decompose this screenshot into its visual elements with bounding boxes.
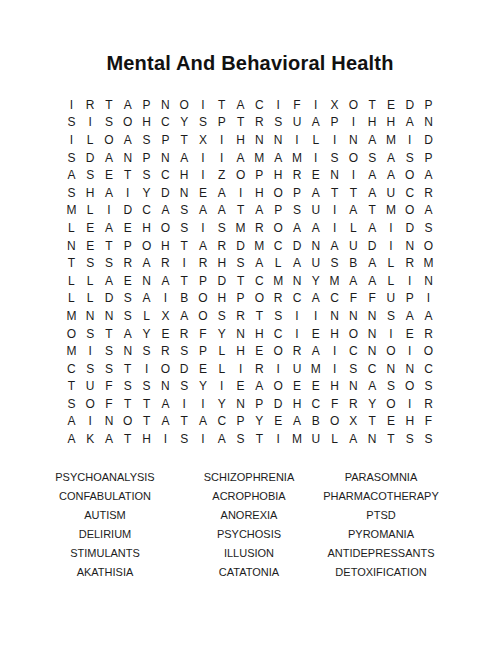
grid-cell[interactable]: I: [288, 325, 307, 343]
grid-cell[interactable]: D: [175, 360, 194, 378]
grid-cell[interactable]: I: [269, 96, 288, 114]
grid-cell[interactable]: R: [81, 96, 100, 114]
grid-cell[interactable]: H: [212, 254, 231, 272]
grid-cell[interactable]: N: [156, 149, 175, 167]
grid-cell[interactable]: O: [400, 202, 419, 220]
grid-cell[interactable]: O: [269, 219, 288, 237]
grid-cell[interactable]: I: [382, 219, 401, 237]
grid-cell[interactable]: A: [344, 430, 363, 448]
grid-cell[interactable]: O: [269, 378, 288, 396]
grid-cell[interactable]: L: [62, 219, 81, 237]
grid-cell[interactable]: T: [100, 237, 119, 255]
grid-cell[interactable]: X: [325, 96, 344, 114]
grid-cell[interactable]: A: [363, 219, 382, 237]
grid-cell[interactable]: I: [306, 149, 325, 167]
grid-cell[interactable]: S: [100, 342, 119, 360]
grid-cell[interactable]: O: [250, 290, 269, 308]
grid-cell[interactable]: E: [118, 272, 137, 290]
grid-cell[interactable]: E: [156, 325, 175, 343]
grid-cell[interactable]: M: [269, 272, 288, 290]
grid-cell[interactable]: A: [306, 184, 325, 202]
grid-cell[interactable]: R: [212, 237, 231, 255]
grid-cell[interactable]: A: [156, 272, 175, 290]
grid-cell[interactable]: X: [344, 413, 363, 431]
grid-cell[interactable]: I: [194, 430, 213, 448]
grid-cell[interactable]: I: [81, 114, 100, 132]
grid-cell[interactable]: A: [419, 166, 438, 184]
grid-cell[interactable]: N: [363, 430, 382, 448]
grid-cell[interactable]: T: [212, 96, 231, 114]
grid-cell[interactable]: Y: [212, 325, 231, 343]
grid-cell[interactable]: N: [344, 307, 363, 325]
grid-cell[interactable]: M: [62, 342, 81, 360]
grid-cell[interactable]: N: [269, 131, 288, 149]
grid-cell[interactable]: I: [400, 272, 419, 290]
grid-cell[interactable]: Y: [175, 114, 194, 132]
grid-cell[interactable]: R: [231, 307, 250, 325]
grid-cell[interactable]: O: [81, 395, 100, 413]
grid-cell[interactable]: A: [137, 290, 156, 308]
grid-cell[interactable]: A: [250, 202, 269, 220]
grid-cell[interactable]: L: [137, 307, 156, 325]
grid-cell[interactable]: I: [81, 342, 100, 360]
grid-cell[interactable]: I: [81, 413, 100, 431]
grid-cell[interactable]: N: [344, 131, 363, 149]
grid-cell[interactable]: E: [100, 166, 119, 184]
grid-cell[interactable]: A: [306, 342, 325, 360]
grid-cell[interactable]: H: [137, 430, 156, 448]
grid-cell[interactable]: A: [156, 395, 175, 413]
grid-cell[interactable]: E: [250, 342, 269, 360]
grid-cell[interactable]: A: [344, 272, 363, 290]
grid-cell[interactable]: S: [325, 149, 344, 167]
grid-cell[interactable]: N: [137, 272, 156, 290]
grid-cell[interactable]: A: [363, 184, 382, 202]
grid-cell[interactable]: A: [325, 237, 344, 255]
grid-cell[interactable]: Z: [212, 166, 231, 184]
grid-cell[interactable]: Y: [137, 184, 156, 202]
grid-cell[interactable]: T: [250, 430, 269, 448]
grid-cell[interactable]: H: [382, 114, 401, 132]
grid-cell[interactable]: O: [62, 325, 81, 343]
grid-cell[interactable]: S: [81, 325, 100, 343]
grid-cell[interactable]: F: [194, 325, 213, 343]
grid-cell[interactable]: M: [306, 360, 325, 378]
grid-cell[interactable]: A: [156, 202, 175, 220]
grid-cell[interactable]: U: [344, 237, 363, 255]
grid-cell[interactable]: T: [175, 413, 194, 431]
grid-cell[interactable]: S: [212, 307, 231, 325]
grid-cell[interactable]: A: [175, 307, 194, 325]
grid-cell[interactable]: P: [194, 272, 213, 290]
grid-cell[interactable]: R: [250, 360, 269, 378]
grid-cell[interactable]: U: [382, 290, 401, 308]
grid-cell[interactable]: O: [344, 96, 363, 114]
grid-cell[interactable]: A: [175, 149, 194, 167]
grid-cell[interactable]: R: [269, 290, 288, 308]
grid-cell[interactable]: H: [250, 184, 269, 202]
grid-cell[interactable]: M: [382, 202, 401, 220]
grid-cell[interactable]: R: [419, 395, 438, 413]
grid-cell[interactable]: N: [231, 395, 250, 413]
grid-cell[interactable]: T: [231, 114, 250, 132]
grid-cell[interactable]: O: [419, 237, 438, 255]
grid-cell[interactable]: P: [269, 202, 288, 220]
grid-cell[interactable]: I: [194, 96, 213, 114]
grid-cell[interactable]: T: [363, 202, 382, 220]
grid-cell[interactable]: S: [419, 430, 438, 448]
grid-cell[interactable]: S: [175, 378, 194, 396]
grid-cell[interactable]: B: [344, 254, 363, 272]
grid-cell[interactable]: M: [250, 237, 269, 255]
grid-cell[interactable]: A: [118, 325, 137, 343]
grid-cell[interactable]: N: [100, 413, 119, 431]
grid-cell[interactable]: S: [118, 378, 137, 396]
grid-cell[interactable]: O: [400, 166, 419, 184]
grid-cell[interactable]: L: [81, 202, 100, 220]
grid-cell[interactable]: O: [156, 360, 175, 378]
grid-cell[interactable]: A: [62, 413, 81, 431]
grid-cell[interactable]: O: [344, 149, 363, 167]
grid-cell[interactable]: F: [100, 378, 119, 396]
grid-cell[interactable]: S: [419, 219, 438, 237]
grid-cell[interactable]: H: [363, 114, 382, 132]
grid-cell[interactable]: D: [269, 395, 288, 413]
grid-cell[interactable]: C: [269, 325, 288, 343]
grid-cell[interactable]: E: [288, 378, 307, 396]
grid-cell[interactable]: S: [100, 114, 119, 132]
grid-cell[interactable]: A: [194, 413, 213, 431]
grid-cell[interactable]: A: [100, 219, 119, 237]
grid-cell[interactable]: E: [382, 413, 401, 431]
grid-cell[interactable]: Y: [250, 413, 269, 431]
grid-cell[interactable]: E: [400, 325, 419, 343]
grid-cell[interactable]: A: [100, 430, 119, 448]
grid-cell[interactable]: E: [382, 96, 401, 114]
grid-cell[interactable]: I: [137, 360, 156, 378]
grid-cell[interactable]: A: [400, 307, 419, 325]
grid-cell[interactable]: R: [288, 166, 307, 184]
grid-cell[interactable]: I: [325, 360, 344, 378]
grid-cell[interactable]: I: [382, 237, 401, 255]
grid-cell[interactable]: A: [288, 413, 307, 431]
grid-cell[interactable]: O: [344, 325, 363, 343]
grid-cell[interactable]: O: [419, 342, 438, 360]
grid-cell[interactable]: A: [194, 202, 213, 220]
grid-cell[interactable]: S: [231, 254, 250, 272]
grid-cell[interactable]: E: [81, 219, 100, 237]
grid-cell[interactable]: N: [175, 184, 194, 202]
grid-cell[interactable]: N: [400, 237, 419, 255]
grid-cell[interactable]: P: [400, 290, 419, 308]
grid-cell[interactable]: H: [212, 290, 231, 308]
grid-cell[interactable]: N: [231, 325, 250, 343]
grid-cell[interactable]: M: [250, 149, 269, 167]
grid-cell[interactable]: A: [400, 114, 419, 132]
grid-cell[interactable]: L: [382, 272, 401, 290]
grid-cell[interactable]: L: [382, 254, 401, 272]
grid-cell[interactable]: T: [175, 131, 194, 149]
grid-cell[interactable]: C: [212, 413, 231, 431]
grid-cell[interactable]: A: [212, 430, 231, 448]
grid-cell[interactable]: H: [400, 413, 419, 431]
grid-cell[interactable]: T: [363, 96, 382, 114]
grid-cell[interactable]: O: [194, 307, 213, 325]
grid-cell[interactable]: P: [325, 114, 344, 132]
grid-cell[interactable]: N: [419, 272, 438, 290]
grid-cell[interactable]: I: [231, 360, 250, 378]
grid-cell[interactable]: L: [212, 360, 231, 378]
grid-cell[interactable]: P: [250, 166, 269, 184]
grid-cell[interactable]: I: [344, 166, 363, 184]
grid-cell[interactable]: A: [363, 272, 382, 290]
grid-cell[interactable]: F: [288, 96, 307, 114]
grid-cell[interactable]: N: [363, 307, 382, 325]
grid-cell[interactable]: I: [194, 219, 213, 237]
grid-cell[interactable]: T: [325, 184, 344, 202]
grid-cell[interactable]: R: [250, 219, 269, 237]
grid-cell[interactable]: F: [325, 395, 344, 413]
grid-cell[interactable]: H: [231, 342, 250, 360]
grid-cell[interactable]: M: [231, 219, 250, 237]
grid-cell[interactable]: S: [62, 114, 81, 132]
grid-cell[interactable]: L: [344, 219, 363, 237]
grid-cell[interactable]: O: [400, 378, 419, 396]
grid-cell[interactable]: S: [81, 254, 100, 272]
grid-cell[interactable]: C: [400, 184, 419, 202]
grid-cell[interactable]: I: [344, 114, 363, 132]
grid-cell[interactable]: C: [62, 360, 81, 378]
grid-cell[interactable]: H: [137, 219, 156, 237]
grid-cell[interactable]: U: [382, 184, 401, 202]
grid-cell[interactable]: S: [100, 360, 119, 378]
grid-cell[interactable]: S: [419, 378, 438, 396]
grid-cell[interactable]: S: [344, 360, 363, 378]
grid-cell[interactable]: M: [325, 272, 344, 290]
grid-cell[interactable]: D: [400, 219, 419, 237]
grid-cell[interactable]: S: [382, 307, 401, 325]
grid-cell[interactable]: H: [137, 114, 156, 132]
grid-cell[interactable]: S: [100, 254, 119, 272]
grid-cell[interactable]: A: [118, 131, 137, 149]
grid-cell[interactable]: S: [194, 114, 213, 132]
grid-cell[interactable]: N: [100, 307, 119, 325]
grid-cell[interactable]: A: [100, 149, 119, 167]
grid-cell[interactable]: L: [81, 131, 100, 149]
grid-cell[interactable]: U: [306, 430, 325, 448]
grid-cell[interactable]: U: [306, 254, 325, 272]
grid-cell[interactable]: U: [81, 378, 100, 396]
grid-cell[interactable]: I: [325, 219, 344, 237]
grid-cell[interactable]: F: [344, 290, 363, 308]
grid-cell[interactable]: T: [118, 430, 137, 448]
grid-cell[interactable]: T: [250, 307, 269, 325]
grid-cell[interactable]: D: [363, 237, 382, 255]
grid-cell[interactable]: I: [400, 131, 419, 149]
grid-cell[interactable]: D: [100, 290, 119, 308]
grid-cell[interactable]: I: [400, 342, 419, 360]
grid-cell[interactable]: T: [231, 202, 250, 220]
grid-cell[interactable]: E: [306, 325, 325, 343]
grid-cell[interactable]: O: [156, 219, 175, 237]
grid-cell[interactable]: T: [118, 166, 137, 184]
grid-cell[interactable]: C: [137, 202, 156, 220]
grid-cell[interactable]: C: [250, 96, 269, 114]
grid-cell[interactable]: N: [382, 360, 401, 378]
grid-cell[interactable]: S: [269, 114, 288, 132]
grid-cell[interactable]: D: [288, 237, 307, 255]
grid-cell[interactable]: S: [269, 307, 288, 325]
grid-cell[interactable]: L: [62, 290, 81, 308]
grid-cell[interactable]: C: [363, 360, 382, 378]
grid-cell[interactable]: O: [382, 342, 401, 360]
grid-cell[interactable]: R: [288, 342, 307, 360]
grid-cell[interactable]: Y: [212, 395, 231, 413]
grid-cell[interactable]: I: [325, 202, 344, 220]
grid-cell[interactable]: H: [231, 131, 250, 149]
grid-cell[interactable]: A: [100, 184, 119, 202]
grid-cell[interactable]: H: [325, 325, 344, 343]
grid-cell[interactable]: A: [363, 254, 382, 272]
grid-cell[interactable]: T: [118, 360, 137, 378]
grid-cell[interactable]: C: [288, 290, 307, 308]
grid-cell[interactable]: A: [100, 272, 119, 290]
grid-cell[interactable]: O: [231, 166, 250, 184]
grid-cell[interactable]: I: [382, 325, 401, 343]
grid-cell[interactable]: D: [81, 149, 100, 167]
grid-cell[interactable]: A: [194, 237, 213, 255]
grid-cell[interactable]: T: [62, 254, 81, 272]
grid-cell[interactable]: A: [250, 378, 269, 396]
grid-cell[interactable]: T: [382, 430, 401, 448]
grid-cell[interactable]: L: [62, 272, 81, 290]
grid-cell[interactable]: D: [419, 131, 438, 149]
grid-cell[interactable]: H: [175, 166, 194, 184]
grid-cell[interactable]: N: [62, 237, 81, 255]
grid-cell[interactable]: I: [306, 307, 325, 325]
grid-cell[interactable]: E: [269, 413, 288, 431]
grid-cell[interactable]: O: [175, 96, 194, 114]
grid-cell[interactable]: T: [231, 272, 250, 290]
grid-cell[interactable]: A: [382, 166, 401, 184]
grid-cell[interactable]: Y: [306, 272, 325, 290]
grid-cell[interactable]: C: [325, 290, 344, 308]
grid-cell[interactable]: N: [118, 149, 137, 167]
grid-cell[interactable]: N: [81, 307, 100, 325]
grid-cell[interactable]: N: [400, 360, 419, 378]
grid-cell[interactable]: M: [288, 149, 307, 167]
grid-cell[interactable]: T: [100, 325, 119, 343]
grid-cell[interactable]: N: [419, 114, 438, 132]
grid-cell[interactable]: H: [81, 184, 100, 202]
grid-cell[interactable]: A: [250, 254, 269, 272]
grid-cell[interactable]: X: [156, 307, 175, 325]
grid-cell[interactable]: A: [382, 149, 401, 167]
grid-cell[interactable]: T: [175, 272, 194, 290]
grid-cell[interactable]: A: [419, 202, 438, 220]
grid-cell[interactable]: H: [269, 166, 288, 184]
grid-cell[interactable]: A: [288, 219, 307, 237]
grid-cell[interactable]: I: [156, 430, 175, 448]
grid-cell[interactable]: I: [288, 131, 307, 149]
grid-cell[interactable]: P: [137, 149, 156, 167]
grid-cell[interactable]: I: [100, 202, 119, 220]
grid-cell[interactable]: X: [194, 131, 213, 149]
grid-cell[interactable]: H: [325, 378, 344, 396]
grid-cell[interactable]: P: [419, 149, 438, 167]
grid-cell[interactable]: S: [175, 202, 194, 220]
grid-cell[interactable]: A: [306, 219, 325, 237]
grid-cell[interactable]: I: [231, 184, 250, 202]
grid-cell[interactable]: S: [400, 149, 419, 167]
grid-cell[interactable]: O: [194, 290, 213, 308]
grid-cell[interactable]: R: [156, 254, 175, 272]
grid-cell[interactable]: A: [62, 430, 81, 448]
grid-cell[interactable]: H: [250, 325, 269, 343]
grid-cell[interactable]: U: [306, 202, 325, 220]
grid-cell[interactable]: A: [363, 378, 382, 396]
grid-cell[interactable]: S: [81, 360, 100, 378]
grid-cell[interactable]: M: [62, 307, 81, 325]
grid-cell[interactable]: P: [156, 131, 175, 149]
grid-cell[interactable]: E: [306, 166, 325, 184]
grid-cell[interactable]: L: [81, 272, 100, 290]
grid-cell[interactable]: N: [325, 166, 344, 184]
grid-cell[interactable]: P: [118, 237, 137, 255]
grid-cell[interactable]: I: [212, 149, 231, 167]
grid-cell[interactable]: I: [269, 360, 288, 378]
grid-cell[interactable]: I: [194, 395, 213, 413]
grid-cell[interactable]: B: [306, 413, 325, 431]
grid-cell[interactable]: S: [81, 166, 100, 184]
grid-cell[interactable]: A: [306, 114, 325, 132]
grid-cell[interactable]: O: [137, 237, 156, 255]
grid-cell[interactable]: S: [363, 149, 382, 167]
grid-cell[interactable]: L: [325, 430, 344, 448]
grid-cell[interactable]: P: [231, 290, 250, 308]
grid-cell[interactable]: T: [100, 96, 119, 114]
grid-cell[interactable]: I: [175, 395, 194, 413]
grid-cell[interactable]: S: [400, 430, 419, 448]
grid-cell[interactable]: C: [156, 114, 175, 132]
grid-cell[interactable]: S: [118, 307, 137, 325]
grid-cell[interactable]: N: [344, 378, 363, 396]
grid-cell[interactable]: A: [231, 149, 250, 167]
grid-cell[interactable]: A: [288, 254, 307, 272]
grid-cell[interactable]: S: [175, 342, 194, 360]
grid-cell[interactable]: U: [288, 114, 307, 132]
grid-cell[interactable]: I: [288, 307, 307, 325]
grid-cell[interactable]: N: [363, 342, 382, 360]
grid-cell[interactable]: R: [156, 342, 175, 360]
grid-cell[interactable]: A: [212, 202, 231, 220]
grid-cell[interactable]: S: [175, 219, 194, 237]
grid-cell[interactable]: S: [137, 166, 156, 184]
grid-cell[interactable]: D: [118, 202, 137, 220]
grid-cell[interactable]: T: [62, 378, 81, 396]
grid-cell[interactable]: B: [175, 290, 194, 308]
grid-cell[interactable]: P: [212, 114, 231, 132]
grid-cell[interactable]: S: [62, 149, 81, 167]
grid-cell[interactable]: P: [250, 395, 269, 413]
grid-cell[interactable]: R: [419, 325, 438, 343]
grid-cell[interactable]: I: [62, 131, 81, 149]
grid-cell[interactable]: U: [288, 360, 307, 378]
grid-cell[interactable]: I: [306, 96, 325, 114]
grid-cell[interactable]: S: [288, 202, 307, 220]
grid-cell[interactable]: N: [306, 237, 325, 255]
grid-cell[interactable]: I: [419, 290, 438, 308]
